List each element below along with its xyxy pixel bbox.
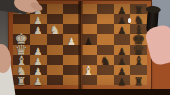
square-c2[interactable]: ♟ bbox=[30, 55, 47, 65]
square-a8[interactable]: ♜ bbox=[130, 75, 147, 85]
square-b3[interactable] bbox=[47, 65, 64, 75]
square-d3[interactable] bbox=[47, 45, 64, 55]
square-c7[interactable]: ♟ bbox=[114, 55, 131, 65]
square-f3[interactable]: ♞ bbox=[47, 24, 64, 34]
square-f2[interactable]: ♟ bbox=[30, 24, 47, 34]
square-b7[interactable]: ♟ bbox=[114, 65, 131, 75]
square-a1[interactable]: ♜ bbox=[13, 75, 30, 85]
square-c6[interactable]: ♞ bbox=[97, 55, 114, 65]
piece-white-rook[interactable]: ♜ bbox=[16, 76, 26, 87]
piece-black-pawn[interactable]: ♟ bbox=[117, 77, 126, 87]
piece-white-pawn[interactable]: ♟ bbox=[34, 77, 43, 87]
square-c8[interactable]: ♝ bbox=[130, 55, 147, 65]
square-b6[interactable] bbox=[97, 65, 114, 75]
square-d2[interactable]: ♟ bbox=[30, 45, 47, 55]
chess-photo-stage: ♜♟♟♜♟♟♞♟♞♟♝♚♟♟♚♛♟♟♛♝♟♞♟♝♞♟♝♟♜♟♟♜ bbox=[0, 0, 170, 95]
square-h3[interactable] bbox=[47, 4, 64, 14]
square-e6[interactable] bbox=[97, 34, 114, 44]
square-e7[interactable] bbox=[114, 34, 131, 44]
square-h7[interactable]: ♟ bbox=[114, 4, 131, 14]
square-e3[interactable] bbox=[47, 34, 64, 44]
square-b1[interactable]: ♞ bbox=[13, 65, 30, 75]
table-edge-shadow bbox=[0, 89, 170, 95]
piece-black-rook[interactable]: ♜ bbox=[134, 76, 144, 87]
square-a3[interactable] bbox=[47, 75, 64, 85]
reflection-highlight bbox=[128, 18, 131, 23]
square-a7[interactable]: ♟ bbox=[114, 75, 131, 85]
square-f6[interactable] bbox=[97, 24, 114, 34]
square-b2[interactable]: ♟ bbox=[30, 65, 47, 75]
square-g2[interactable]: ♟ bbox=[30, 14, 47, 24]
square-h6[interactable] bbox=[97, 4, 114, 14]
square-b8[interactable] bbox=[130, 65, 147, 75]
square-g6[interactable] bbox=[97, 14, 114, 24]
square-d7[interactable]: ♟ bbox=[114, 45, 131, 55]
square-a6[interactable] bbox=[97, 75, 114, 85]
board-hinge-seam bbox=[78, 1, 83, 91]
square-c3[interactable] bbox=[47, 55, 64, 65]
square-g1[interactable] bbox=[13, 14, 30, 24]
square-e2[interactable] bbox=[30, 34, 47, 44]
square-a2[interactable]: ♟ bbox=[30, 75, 47, 85]
chess-board: ♜♟♟♜♟♟♞♟♞♟♝♚♟♟♚♛♟♟♛♝♟♞♟♝♞♟♝♟♜♟♟♜ bbox=[9, 1, 151, 91]
square-f7[interactable]: ♟ bbox=[114, 24, 131, 34]
